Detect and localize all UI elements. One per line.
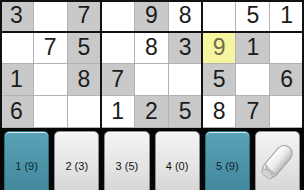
cell-r3c6[interactable] — [169, 64, 203, 96]
cell-r2c9[interactable] — [270, 32, 304, 64]
digit-button-label: 2 (3) — [55, 160, 98, 172]
cell-r1c1[interactable]: 3 — [0, 0, 34, 32]
cell-r3c1[interactable]: 1 — [0, 64, 34, 96]
digit-button-1[interactable]: 1 (9) — [4, 131, 49, 190]
digit-button-2[interactable]: 2 (3) — [54, 131, 99, 190]
board-right-border — [302, 0, 304, 128]
box-divider-vertical-1 — [100, 0, 102, 128]
cell-r1c2[interactable] — [34, 0, 68, 32]
digit-button-5[interactable]: 5 (9) — [205, 131, 250, 190]
cell-r2c3[interactable]: 5 — [68, 32, 102, 64]
cell-r1c6[interactable]: 8 — [169, 0, 203, 32]
cell-r2c7-selected[interactable]: 9 — [203, 32, 237, 64]
digit-button-3[interactable]: 3 (5) — [104, 131, 149, 190]
cell-r4c3[interactable] — [68, 96, 102, 128]
cell-r2c5[interactable]: 8 — [135, 32, 169, 64]
sudoku-app: 37985175839118756612587 1 (9)2 (3)3 (5)4… — [0, 0, 304, 190]
eraser-icon — [256, 140, 298, 184]
number-pad-tray: 1 (9)2 (3)3 (5)4 (0)5 (9) — [0, 128, 304, 190]
cell-r2c1[interactable] — [0, 32, 34, 64]
cell-r3c5[interactable] — [135, 64, 169, 96]
box-divider-vertical-2 — [201, 0, 203, 128]
box-divider-horizontal — [0, 31, 304, 33]
cell-r1c8[interactable]: 5 — [236, 0, 270, 32]
cell-r2c6[interactable]: 3 — [169, 32, 203, 64]
digit-button-label: 5 (9) — [206, 160, 249, 172]
cell-r3c8[interactable] — [236, 64, 270, 96]
cell-r3c4[interactable]: 7 — [101, 64, 135, 96]
digit-button-4[interactable]: 4 (0) — [155, 131, 200, 190]
cell-r4c7[interactable]: 8 — [203, 96, 237, 128]
board-left-border — [0, 0, 2, 128]
cell-r4c1[interactable]: 6 — [0, 96, 34, 128]
cell-r4c8[interactable]: 7 — [236, 96, 270, 128]
cell-r4c5[interactable]: 2 — [135, 96, 169, 128]
sudoku-grid: 37985175839118756612587 — [0, 0, 304, 128]
digit-button-label: 1 (9) — [5, 160, 48, 172]
digit-button-label: 4 (0) — [156, 160, 199, 172]
eraser-button[interactable] — [255, 131, 300, 190]
cell-r2c8[interactable]: 1 — [236, 32, 270, 64]
cell-r4c2[interactable] — [34, 96, 68, 128]
cell-r3c3[interactable]: 8 — [68, 64, 102, 96]
board-top-border — [0, 0, 304, 2]
digit-button-label: 3 (5) — [105, 160, 148, 172]
cell-r4c6[interactable]: 5 — [169, 96, 203, 128]
cell-r3c7[interactable]: 5 — [203, 64, 237, 96]
cell-r1c4[interactable] — [101, 0, 135, 32]
cell-r1c9[interactable]: 1 — [270, 0, 304, 32]
cell-r1c3[interactable]: 7 — [68, 0, 102, 32]
sudoku-board: 37985175839118756612587 — [0, 0, 304, 128]
eraser-icon-wrap — [256, 140, 299, 184]
cell-r1c7[interactable] — [203, 0, 237, 32]
cell-r3c9[interactable]: 6 — [270, 64, 304, 96]
cell-r4c4[interactable]: 1 — [101, 96, 135, 128]
cell-r2c2[interactable]: 7 — [34, 32, 68, 64]
cell-r4c9[interactable] — [270, 96, 304, 128]
cell-r3c2[interactable] — [34, 64, 68, 96]
cell-r1c5[interactable]: 9 — [135, 0, 169, 32]
cell-r2c4[interactable] — [101, 32, 135, 64]
